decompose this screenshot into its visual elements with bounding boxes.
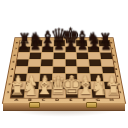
square-f6[interactable]: [77, 53, 88, 59]
black-pawn-g7[interactable]: ♟: [88, 40, 99, 53]
board-front-edge: [3, 103, 125, 111]
square-c7[interactable]: ♟: [42, 46, 53, 52]
square-d6[interactable]: [53, 53, 64, 59]
square-g7[interactable]: ♟: [88, 46, 99, 52]
black-pawn-c7[interactable]: ♟: [42, 40, 53, 53]
square-c5[interactable]: [41, 59, 53, 65]
square-a6[interactable]: [17, 53, 29, 59]
square-h5[interactable]: [101, 59, 113, 65]
brass-hinge-right: [86, 102, 97, 108]
black-pawn-d7[interactable]: ♟: [53, 40, 64, 53]
square-a5[interactable]: [16, 59, 28, 65]
square-e6[interactable]: [65, 53, 76, 59]
coordinate-label-H: H: [105, 98, 119, 102]
black-pawn-a7[interactable]: ♟: [18, 40, 29, 53]
square-g6[interactable]: [89, 53, 101, 59]
square-c6[interactable]: [41, 53, 52, 59]
squares-grid: ♜♞♝♛♚♝♞♜♟♟♟♟♟♟♟♟♟♟♟♟♟♟♟♟♜♞♝♛♚♝♞♜: [10, 40, 120, 98]
square-g1[interactable]: ♞: [92, 90, 105, 98]
square-f7[interactable]: ♟: [77, 46, 88, 52]
brass-hinge-left: [29, 102, 40, 108]
square-d7[interactable]: ♟: [54, 46, 65, 52]
chess-set-photo: ABCDEFGH ABCDEFGH 87654321 87654321 ♜♞♝♛…: [0, 0, 128, 128]
square-e7[interactable]: ♟: [65, 46, 76, 52]
square-a7[interactable]: ♟: [18, 46, 30, 52]
square-g5[interactable]: [89, 59, 101, 65]
square-e5[interactable]: [65, 59, 76, 65]
square-h7[interactable]: ♟: [100, 46, 112, 52]
black-pawn-e7[interactable]: ♟: [65, 40, 76, 53]
square-b5[interactable]: [28, 59, 40, 65]
black-pawn-h7[interactable]: ♟: [100, 40, 111, 53]
coordinate-label-A: A: [9, 98, 23, 102]
square-d5[interactable]: [53, 59, 64, 65]
square-h1[interactable]: ♜: [105, 90, 119, 98]
black-pawn-f7[interactable]: ♟: [77, 40, 88, 53]
white-rook-h1[interactable]: ♜: [105, 81, 120, 98]
square-b7[interactable]: ♟: [30, 46, 41, 52]
coordinate-label-D: D: [50, 98, 64, 102]
square-f5[interactable]: [77, 59, 89, 65]
square-b6[interactable]: [29, 53, 41, 59]
black-pawn-b7[interactable]: ♟: [30, 40, 41, 53]
file-labels-bottom: ABCDEFGH: [9, 98, 119, 102]
coordinate-label-E: E: [64, 98, 78, 102]
chess-board: ABCDEFGH ABCDEFGH 87654321 87654321 ♜♞♝♛…: [3, 38, 125, 103]
square-h6[interactable]: [100, 53, 112, 59]
